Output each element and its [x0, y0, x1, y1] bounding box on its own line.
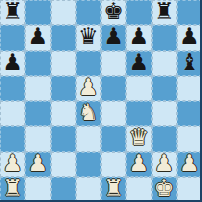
- square-d1[interactable]: [76, 177, 101, 202]
- square-a8[interactable]: ♜: [0, 0, 25, 25]
- piece-white-king[interactable]: ♚: [154, 177, 175, 200]
- square-g6[interactable]: [152, 51, 177, 76]
- square-f8[interactable]: [126, 0, 151, 25]
- square-e8[interactable]: ♚: [101, 0, 126, 25]
- piece-white-pawn[interactable]: ♟: [78, 76, 99, 99]
- piece-black-pawn[interactable]: ♟: [129, 51, 150, 74]
- square-h3[interactable]: [177, 126, 202, 151]
- square-a3[interactable]: [0, 126, 25, 151]
- square-a1[interactable]: ♜: [0, 177, 25, 202]
- square-g1[interactable]: ♚: [152, 177, 177, 202]
- piece-black-pawn[interactable]: ♟: [103, 25, 124, 48]
- square-b2[interactable]: ♟: [25, 152, 50, 177]
- square-d4[interactable]: ♞: [76, 101, 101, 126]
- square-d2[interactable]: [76, 152, 101, 177]
- square-e1[interactable]: ♜: [101, 177, 126, 202]
- square-e4[interactable]: [101, 101, 126, 126]
- square-f7[interactable]: ♟: [126, 25, 151, 50]
- piece-white-pawn[interactable]: ♟: [28, 152, 49, 175]
- piece-black-king[interactable]: ♚: [103, 0, 124, 23]
- square-f6[interactable]: ♟: [126, 51, 151, 76]
- square-a5[interactable]: [0, 76, 25, 101]
- square-f2[interactable]: ♟: [126, 152, 151, 177]
- piece-black-bishop[interactable]: ♝: [179, 51, 200, 74]
- square-d6[interactable]: [76, 51, 101, 76]
- square-g7[interactable]: [152, 25, 177, 50]
- square-g5[interactable]: [152, 76, 177, 101]
- piece-black-rook[interactable]: ♜: [2, 0, 23, 23]
- square-h1[interactable]: [177, 177, 202, 202]
- square-h6[interactable]: ♝: [177, 51, 202, 76]
- piece-white-queen[interactable]: ♛: [129, 126, 150, 149]
- square-c6[interactable]: [51, 51, 76, 76]
- square-c7[interactable]: [51, 25, 76, 50]
- square-h8[interactable]: [177, 0, 202, 25]
- square-a2[interactable]: ♟: [0, 152, 25, 177]
- square-g8[interactable]: ♜: [152, 0, 177, 25]
- square-d5[interactable]: ♟: [76, 76, 101, 101]
- square-c8[interactable]: [51, 0, 76, 25]
- piece-black-queen[interactable]: ♛: [78, 25, 99, 48]
- piece-white-pawn[interactable]: ♟: [179, 152, 200, 175]
- square-g3[interactable]: [152, 126, 177, 151]
- square-b8[interactable]: [25, 0, 50, 25]
- square-a4[interactable]: [0, 101, 25, 126]
- square-c3[interactable]: [51, 126, 76, 151]
- square-d8[interactable]: [76, 0, 101, 25]
- square-f4[interactable]: [126, 101, 151, 126]
- square-b1[interactable]: [25, 177, 50, 202]
- piece-black-pawn[interactable]: ♟: [129, 25, 150, 48]
- piece-white-pawn[interactable]: ♟: [154, 152, 175, 175]
- square-e2[interactable]: [101, 152, 126, 177]
- square-c4[interactable]: [51, 101, 76, 126]
- chess-board: ♜♚♜♟♛♟♟♟♟♟♝♟♞♛♟♟♟♟♟♜♜♚: [0, 0, 202, 202]
- piece-white-pawn[interactable]: ♟: [2, 152, 23, 175]
- square-c2[interactable]: [51, 152, 76, 177]
- piece-white-rook[interactable]: ♜: [2, 177, 23, 200]
- square-h5[interactable]: [177, 76, 202, 101]
- square-e5[interactable]: [101, 76, 126, 101]
- square-h7[interactable]: ♟: [177, 25, 202, 50]
- square-f1[interactable]: [126, 177, 151, 202]
- piece-black-rook[interactable]: ♜: [154, 0, 175, 23]
- square-a7[interactable]: [0, 25, 25, 50]
- board-grid: ♜♚♜♟♛♟♟♟♟♟♝♟♞♛♟♟♟♟♟♜♜♚: [0, 0, 202, 202]
- square-d3[interactable]: [76, 126, 101, 151]
- square-h2[interactable]: ♟: [177, 152, 202, 177]
- square-d7[interactable]: ♛: [76, 25, 101, 50]
- square-g2[interactable]: ♟: [152, 152, 177, 177]
- piece-white-rook[interactable]: ♜: [103, 177, 124, 200]
- piece-white-knight[interactable]: ♞: [78, 101, 99, 124]
- piece-black-pawn[interactable]: ♟: [2, 51, 23, 74]
- square-e3[interactable]: [101, 126, 126, 151]
- square-e6[interactable]: [101, 51, 126, 76]
- square-c5[interactable]: [51, 76, 76, 101]
- square-f3[interactable]: ♛: [126, 126, 151, 151]
- square-c1[interactable]: [51, 177, 76, 202]
- piece-white-pawn[interactable]: ♟: [129, 152, 150, 175]
- square-b5[interactable]: [25, 76, 50, 101]
- square-b7[interactable]: ♟: [25, 25, 50, 50]
- square-h4[interactable]: [177, 101, 202, 126]
- piece-black-pawn[interactable]: ♟: [28, 25, 49, 48]
- square-a6[interactable]: ♟: [0, 51, 25, 76]
- square-f5[interactable]: [126, 76, 151, 101]
- square-b6[interactable]: [25, 51, 50, 76]
- piece-black-pawn[interactable]: ♟: [179, 25, 200, 48]
- square-g4[interactable]: [152, 101, 177, 126]
- square-b3[interactable]: [25, 126, 50, 151]
- square-e7[interactable]: ♟: [101, 25, 126, 50]
- square-b4[interactable]: [25, 101, 50, 126]
